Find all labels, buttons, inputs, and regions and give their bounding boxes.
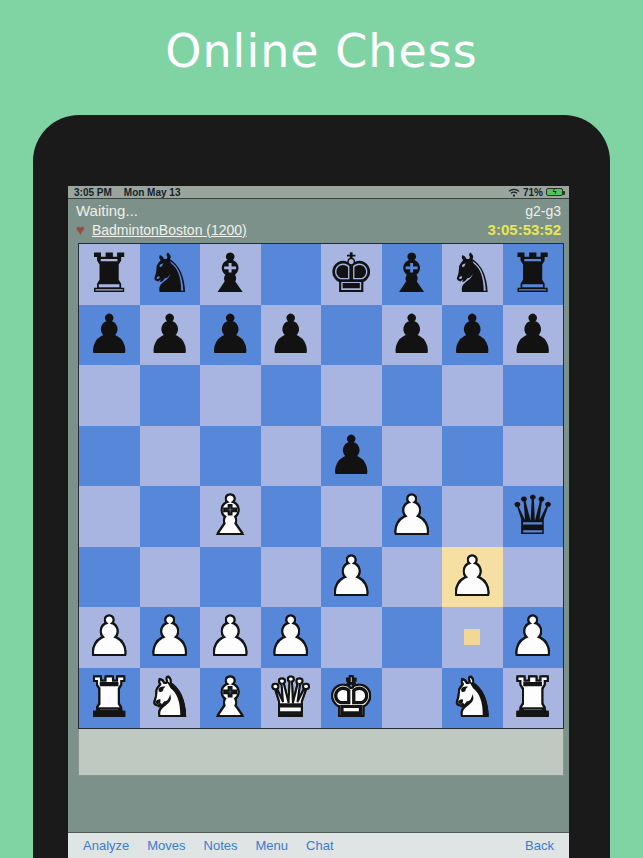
game-status-row: Waiting... g2-g3 <box>76 202 561 219</box>
app-screen: 3:05 PM Mon May 13 71% ϟ Waiting... <box>68 186 569 858</box>
piece-black-knight[interactable]: ♞ <box>146 244 194 304</box>
square-b8[interactable]: ♞ <box>140 244 201 305</box>
square-f5[interactable] <box>382 426 443 487</box>
toolbar-menu-button[interactable]: Menu <box>256 838 289 853</box>
square-d2[interactable]: ♟ <box>261 607 322 668</box>
square-e3[interactable]: ♟ <box>321 547 382 608</box>
square-f1[interactable] <box>382 668 443 729</box>
square-e7[interactable] <box>321 305 382 366</box>
square-b1[interactable]: ♞ <box>140 668 201 729</box>
square-b7[interactable]: ♟ <box>140 305 201 366</box>
battery-percent: 71% <box>523 186 543 199</box>
last-move-label: g2-g3 <box>525 203 561 219</box>
square-e1[interactable]: ♚ <box>321 668 382 729</box>
square-e5[interactable]: ♟ <box>321 426 382 487</box>
piece-white-knight[interactable]: ♞ <box>146 668 194 728</box>
square-d4[interactable] <box>261 486 322 547</box>
square-h8[interactable]: ♜ <box>503 244 564 305</box>
toolbar-analyze-button[interactable]: Analyze <box>83 838 129 853</box>
square-h7[interactable]: ♟ <box>503 305 564 366</box>
square-c2[interactable]: ♟ <box>200 607 261 668</box>
piece-black-pawn[interactable]: ♟ <box>206 305 254 365</box>
square-f3[interactable] <box>382 547 443 608</box>
square-b3[interactable] <box>140 547 201 608</box>
piece-white-pawn[interactable]: ♟ <box>146 607 194 667</box>
piece-black-bishop[interactable]: ♝ <box>206 244 254 304</box>
piece-white-bishop[interactable]: ♝ <box>206 486 254 546</box>
square-c5[interactable] <box>200 426 261 487</box>
piece-black-bishop[interactable]: ♝ <box>388 244 436 304</box>
toolbar-back-button[interactable]: Back <box>525 838 554 853</box>
square-a5[interactable] <box>79 426 140 487</box>
square-g6[interactable] <box>442 365 503 426</box>
game-status-text: Waiting... <box>76 202 138 219</box>
game-clock: 3:05:53:52 <box>488 221 561 238</box>
square-g2[interactable] <box>442 607 503 668</box>
square-d6[interactable] <box>261 365 322 426</box>
status-right-cluster: 71% ϟ <box>508 186 563 199</box>
square-a7[interactable]: ♟ <box>79 305 140 366</box>
square-f8[interactable]: ♝ <box>382 244 443 305</box>
square-a1[interactable]: ♜ <box>79 668 140 729</box>
square-g4[interactable] <box>442 486 503 547</box>
square-g1[interactable]: ♞ <box>442 668 503 729</box>
square-e6[interactable] <box>321 365 382 426</box>
square-d1[interactable]: ♛ <box>261 668 322 729</box>
square-a2[interactable]: ♟ <box>79 607 140 668</box>
square-h3[interactable] <box>503 547 564 608</box>
piece-black-pawn[interactable]: ♟ <box>509 305 557 365</box>
square-c4[interactable]: ♝ <box>200 486 261 547</box>
piece-white-knight[interactable]: ♞ <box>448 668 496 728</box>
piece-white-pawn[interactable]: ♟ <box>448 547 496 607</box>
square-g8[interactable]: ♞ <box>442 244 503 305</box>
piece-black-rook[interactable]: ♜ <box>509 244 557 304</box>
square-f7[interactable]: ♟ <box>382 305 443 366</box>
square-c7[interactable]: ♟ <box>200 305 261 366</box>
square-a8[interactable]: ♜ <box>79 244 140 305</box>
move-origin-marker <box>464 629 480 645</box>
square-h5[interactable] <box>503 426 564 487</box>
piece-black-pawn[interactable]: ♟ <box>146 305 194 365</box>
square-f4[interactable]: ♟ <box>382 486 443 547</box>
status-date: Mon May 13 <box>124 186 181 199</box>
tablet-frame: 3:05 PM Mon May 13 71% ϟ Waiting... <box>33 115 610 858</box>
square-b4[interactable] <box>140 486 201 547</box>
square-e8[interactable]: ♚ <box>321 244 382 305</box>
square-a4[interactable] <box>79 486 140 547</box>
square-c6[interactable] <box>200 365 261 426</box>
piece-white-pawn[interactable]: ♟ <box>206 607 254 667</box>
game-header: Waiting... g2-g3 ♥ BadmintonBoston (1200… <box>68 199 569 240</box>
piece-black-pawn[interactable]: ♟ <box>85 305 133 365</box>
square-c1[interactable]: ♝ <box>200 668 261 729</box>
piece-white-rook[interactable]: ♜ <box>509 668 557 728</box>
piece-black-knight[interactable]: ♞ <box>448 244 496 304</box>
square-d8[interactable] <box>261 244 322 305</box>
piece-black-rook[interactable]: ♜ <box>85 244 133 304</box>
bottom-toolbar: Analyze Moves Notes Menu Chat Back <box>68 832 569 858</box>
square-d3[interactable] <box>261 547 322 608</box>
toolbar-chat-button[interactable]: Chat <box>306 838 333 853</box>
square-d5[interactable] <box>261 426 322 487</box>
piece-white-king[interactable]: ♚ <box>327 668 375 728</box>
square-a3[interactable] <box>79 547 140 608</box>
square-c8[interactable]: ♝ <box>200 244 261 305</box>
square-f2[interactable] <box>382 607 443 668</box>
piece-black-pawn[interactable]: ♟ <box>267 305 315 365</box>
square-e2[interactable] <box>321 607 382 668</box>
piece-white-pawn[interactable]: ♟ <box>267 607 315 667</box>
heart-icon: ♥ <box>76 222 85 237</box>
opponent-name-link[interactable]: BadmintonBoston (1200) <box>92 222 247 238</box>
piece-white-pawn[interactable]: ♟ <box>388 486 436 546</box>
move-list-panel <box>78 729 564 776</box>
toolbar-moves-button[interactable]: Moves <box>147 838 185 853</box>
page-title: Online Chess <box>0 24 643 78</box>
square-b2[interactable]: ♟ <box>140 607 201 668</box>
piece-black-pawn[interactable]: ♟ <box>327 426 375 486</box>
square-h2[interactable]: ♟ <box>503 607 564 668</box>
opponent-row: ♥ BadmintonBoston (1200) 3:05:53:52 <box>76 221 561 238</box>
square-g7[interactable]: ♟ <box>442 305 503 366</box>
square-g5[interactable] <box>442 426 503 487</box>
square-e4[interactable] <box>321 486 382 547</box>
charging-bolt-icon: ϟ <box>553 188 557 196</box>
square-h4[interactable]: ♛ <box>503 486 564 547</box>
piece-white-pawn[interactable]: ♟ <box>85 607 133 667</box>
piece-white-bishop[interactable]: ♝ <box>206 668 254 728</box>
square-h1[interactable]: ♜ <box>503 668 564 729</box>
square-b5[interactable] <box>140 426 201 487</box>
piece-white-queen[interactable]: ♛ <box>267 668 315 728</box>
piece-white-rook[interactable]: ♜ <box>85 668 133 728</box>
battery-icon: ϟ <box>546 188 563 196</box>
piece-white-pawn[interactable]: ♟ <box>327 547 375 607</box>
square-b6[interactable] <box>140 365 201 426</box>
square-g3[interactable]: ♟ <box>442 547 503 608</box>
status-time: 3:05 PM <box>74 186 112 199</box>
toolbar-notes-button[interactable]: Notes <box>204 838 238 853</box>
piece-black-king[interactable]: ♚ <box>327 244 375 304</box>
square-d7[interactable]: ♟ <box>261 305 322 366</box>
piece-black-pawn[interactable]: ♟ <box>388 305 436 365</box>
status-bar: 3:05 PM Mon May 13 71% ϟ <box>68 186 569 199</box>
square-c3[interactable] <box>200 547 261 608</box>
chess-board: ♜♞♝♚♝♞♜♟♟♟♟♟♟♟♟♝♟♛♟♟♟♟♟♟♟♜♞♝♛♚♞♜ <box>78 243 564 729</box>
square-h6[interactable] <box>503 365 564 426</box>
piece-black-queen[interactable]: ♛ <box>509 486 557 546</box>
piece-white-pawn[interactable]: ♟ <box>509 607 557 667</box>
square-f6[interactable] <box>382 365 443 426</box>
piece-black-pawn[interactable]: ♟ <box>448 305 496 365</box>
wifi-icon <box>508 188 520 197</box>
square-a6[interactable] <box>79 365 140 426</box>
